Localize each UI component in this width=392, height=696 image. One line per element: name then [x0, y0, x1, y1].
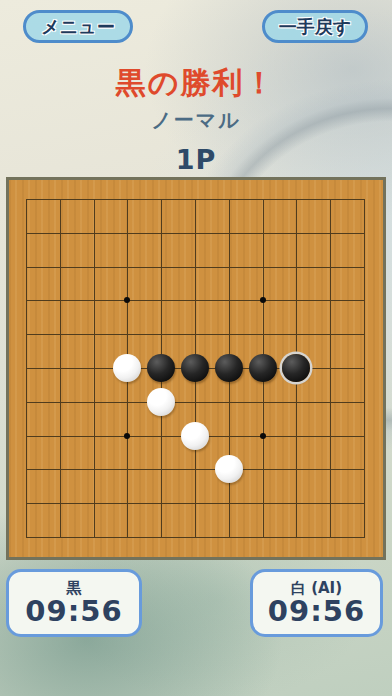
- gomoku-board[interactable]: [6, 177, 386, 560]
- white-stone: [147, 388, 175, 416]
- black-stone: [249, 354, 277, 382]
- game-screen: メニュー 一手戻す 黒の勝利！ ノーマル 1P 黒 09:56 白 (AI) 0…: [0, 0, 392, 696]
- mode-label: 1P: [0, 146, 392, 173]
- white-stone: [215, 455, 243, 483]
- black-stone-last-move: [282, 354, 310, 382]
- star-point: [124, 433, 130, 439]
- white-clock: 白 (AI) 09:56: [250, 569, 383, 637]
- white-stone: [113, 354, 141, 382]
- board-grid[interactable]: [26, 199, 365, 538]
- black-stone: [181, 354, 209, 382]
- undo-button[interactable]: 一手戻す: [262, 10, 368, 43]
- white-stone: [181, 422, 209, 450]
- black-stone: [215, 354, 243, 382]
- result-text: 黒の勝利！: [0, 68, 392, 98]
- white-clock-time: 09:56: [268, 596, 365, 626]
- black-clock: 黒 09:56: [6, 569, 142, 637]
- difficulty-label: ノーマル: [0, 110, 392, 130]
- star-point: [260, 297, 266, 303]
- black-stone: [147, 354, 175, 382]
- menu-button[interactable]: メニュー: [23, 10, 133, 43]
- black-clock-time: 09:56: [25, 596, 122, 626]
- star-point: [260, 433, 266, 439]
- star-point: [124, 297, 130, 303]
